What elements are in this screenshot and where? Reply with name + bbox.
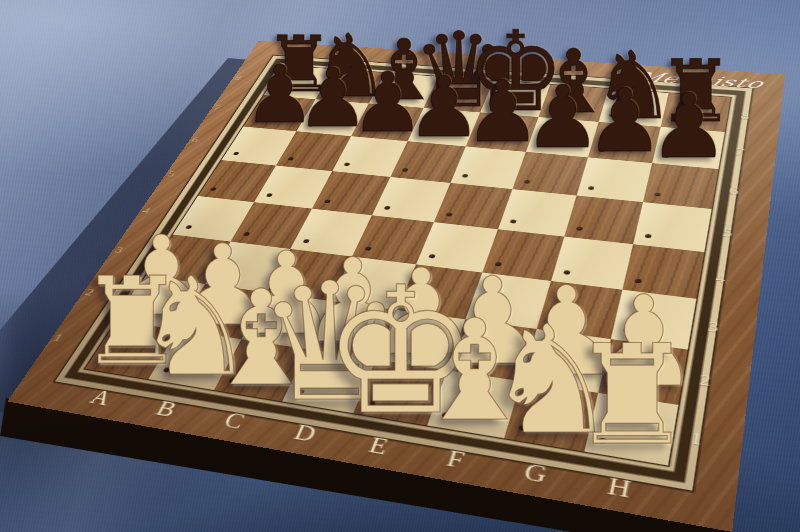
piece-white-rook-h1[interactable]: ♜ xyxy=(570,327,694,465)
square-f5[interactable] xyxy=(498,189,577,236)
rank-label-right-8: 8 xyxy=(740,110,751,121)
piece-black-pawn-h7[interactable]: ♟ xyxy=(649,82,729,171)
square-g5[interactable] xyxy=(564,196,643,245)
rank-label-right-6: 6 xyxy=(728,184,740,197)
photo-of-chessboard-on-fabric: Mephisto ABCDEFGH1122334455667788 ♜♞♝♛♚♝… xyxy=(0,0,800,532)
rank-label-right-3: 3 xyxy=(707,318,721,335)
rank-label-right-2: 2 xyxy=(699,371,714,389)
rank-label-right-7: 7 xyxy=(735,146,747,158)
rank-label-right-5: 5 xyxy=(722,225,735,239)
rank-label-right-4: 4 xyxy=(715,270,728,285)
